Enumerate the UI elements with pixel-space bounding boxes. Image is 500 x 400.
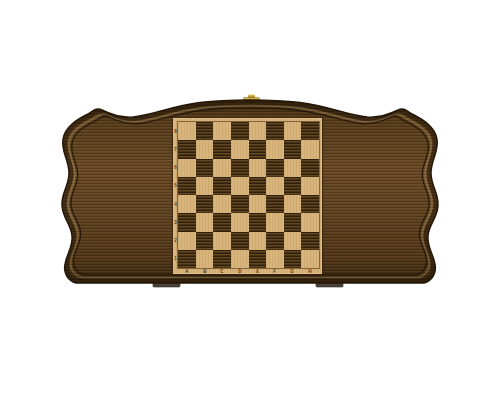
rank-label-6: 6 — [174, 165, 177, 170]
square-b8[interactable] — [196, 122, 214, 140]
square-f5[interactable] — [266, 177, 284, 195]
square-e7[interactable] — [249, 140, 267, 158]
square-e1[interactable] — [249, 250, 267, 268]
square-a2[interactable] — [178, 232, 196, 250]
rank-label-1: 1 — [174, 257, 177, 262]
square-g8[interactable] — [284, 122, 302, 140]
square-e4[interactable] — [249, 195, 267, 213]
square-f7[interactable] — [266, 140, 284, 158]
rank-label-8: 8 — [174, 129, 177, 134]
square-g2[interactable] — [284, 232, 302, 250]
square-d4[interactable] — [231, 195, 249, 213]
square-c2[interactable] — [213, 232, 231, 250]
rank-label-2: 2 — [174, 238, 177, 243]
square-h1[interactable] — [301, 250, 319, 268]
chessboard: 87654321 ABCDEFGH — [173, 118, 322, 274]
file-label-f: F — [273, 269, 276, 274]
square-c1[interactable] — [213, 250, 231, 268]
square-d6[interactable] — [231, 159, 249, 177]
square-g3[interactable] — [284, 213, 302, 231]
file-label-c: C — [221, 269, 224, 274]
square-c4[interactable] — [213, 195, 231, 213]
square-b3[interactable] — [196, 213, 214, 231]
square-h7[interactable] — [301, 140, 319, 158]
square-d2[interactable] — [231, 232, 249, 250]
square-a8[interactable] — [178, 122, 196, 140]
square-e6[interactable] — [249, 159, 267, 177]
square-f2[interactable] — [266, 232, 284, 250]
square-h2[interactable] — [301, 232, 319, 250]
square-h6[interactable] — [301, 159, 319, 177]
rank-label-7: 7 — [174, 147, 177, 152]
square-b4[interactable] — [196, 195, 214, 213]
square-c5[interactable] — [213, 177, 231, 195]
square-a6[interactable] — [178, 159, 196, 177]
file-label-b: B — [203, 269, 206, 274]
square-g1[interactable] — [284, 250, 302, 268]
square-e3[interactable] — [249, 213, 267, 231]
rank-label-3: 3 — [174, 220, 177, 225]
square-d5[interactable] — [231, 177, 249, 195]
square-a3[interactable] — [178, 213, 196, 231]
file-label-a: A — [185, 269, 188, 274]
square-h5[interactable] — [301, 177, 319, 195]
square-g6[interactable] — [284, 159, 302, 177]
square-e5[interactable] — [249, 177, 267, 195]
square-a4[interactable] — [178, 195, 196, 213]
square-h8[interactable] — [301, 122, 319, 140]
rank-label-5: 5 — [174, 184, 177, 189]
square-g4[interactable] — [284, 195, 302, 213]
file-label-h: H — [308, 269, 311, 274]
product-photo-stage: 87654321 ABCDEFGH — [0, 0, 500, 400]
square-e2[interactable] — [249, 232, 267, 250]
file-label-d: D — [238, 269, 241, 274]
square-d1[interactable] — [231, 250, 249, 268]
square-f6[interactable] — [266, 159, 284, 177]
square-b1[interactable] — [196, 250, 214, 268]
square-b5[interactable] — [196, 177, 214, 195]
square-f4[interactable] — [266, 195, 284, 213]
square-d3[interactable] — [231, 213, 249, 231]
square-a7[interactable] — [178, 140, 196, 158]
square-b6[interactable] — [196, 159, 214, 177]
square-d8[interactable] — [231, 122, 249, 140]
square-g5[interactable] — [284, 177, 302, 195]
file-label-e: E — [256, 269, 259, 274]
square-f1[interactable] — [266, 250, 284, 268]
square-a5[interactable] — [178, 177, 196, 195]
square-b2[interactable] — [196, 232, 214, 250]
file-labels: ABCDEFGH — [178, 268, 319, 274]
square-c3[interactable] — [213, 213, 231, 231]
square-e8[interactable] — [249, 122, 267, 140]
square-f3[interactable] — [266, 213, 284, 231]
square-b7[interactable] — [196, 140, 214, 158]
board-grid — [178, 122, 319, 268]
square-g7[interactable] — [284, 140, 302, 158]
rank-label-4: 4 — [174, 202, 177, 207]
square-h3[interactable] — [301, 213, 319, 231]
square-f8[interactable] — [266, 122, 284, 140]
square-c7[interactable] — [213, 140, 231, 158]
square-h4[interactable] — [301, 195, 319, 213]
square-a1[interactable] — [178, 250, 196, 268]
square-d7[interactable] — [231, 140, 249, 158]
file-label-g: G — [291, 269, 295, 274]
square-c6[interactable] — [213, 159, 231, 177]
square-c8[interactable] — [213, 122, 231, 140]
